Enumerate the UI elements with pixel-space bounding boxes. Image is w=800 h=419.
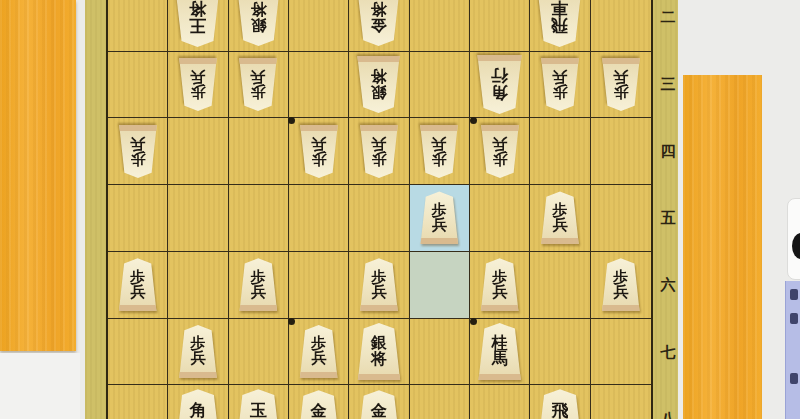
square-3四[interactable]: 歩兵: [470, 118, 530, 185]
square-9三[interactable]: [108, 52, 168, 119]
square-1五[interactable]: [591, 185, 651, 252]
partial-glyph: [790, 313, 798, 324]
sente-歩-piece[interactable]: 歩兵: [419, 191, 459, 244]
gote-歩-piece[interactable]: 歩兵: [601, 58, 641, 111]
piece-kanji: 将: [371, 351, 387, 367]
rank-label-八: 八: [658, 409, 678, 419]
square-4八[interactable]: [410, 385, 470, 419]
piece-kanji: 兵: [311, 351, 326, 366]
piece-kanji: 兵: [371, 285, 386, 300]
partial-lavender-panel: [785, 281, 800, 419]
piece-kanji: 将: [189, 1, 206, 18]
sente-桂-piece[interactable]: 桂馬: [477, 323, 522, 380]
piece-kanji: 王: [189, 18, 206, 35]
star-point: [470, 318, 477, 325]
piece-kanji: 歩: [492, 151, 507, 166]
square-8三[interactable]: 歩兵: [168, 52, 228, 119]
gote-歩-piece[interactable]: 歩兵: [118, 125, 158, 178]
square-8六[interactable]: [168, 252, 228, 319]
sente-金-piece[interactable]: 金将: [296, 390, 341, 419]
piece-kanji: 金: [371, 18, 387, 34]
piece-kanji: 歩: [371, 151, 386, 166]
piece-kanji: 兵: [190, 351, 205, 366]
square-7七[interactable]: [229, 319, 289, 386]
piece-kanji: 歩: [251, 85, 266, 100]
gote-歩-piece[interactable]: 歩兵: [178, 58, 218, 111]
square-6五[interactable]: [289, 185, 349, 252]
square-5二[interactable]: 金将: [349, 0, 409, 52]
rank-label-三: 三: [658, 74, 678, 94]
piece-kanji: 将: [250, 2, 266, 18]
gote-歩-piece[interactable]: 歩兵: [540, 58, 580, 111]
square-5四[interactable]: 歩兵: [349, 118, 409, 185]
partial-glyph: [790, 289, 798, 300]
piece-kanji: 馬: [492, 351, 508, 367]
piece-kanji: 兵: [613, 285, 628, 300]
rank-label-五: 五: [658, 208, 678, 228]
gote-歩-piece[interactable]: 歩兵: [238, 58, 278, 111]
square-5八[interactable]: 金将: [349, 385, 409, 419]
square-2八[interactable]: 飛車: [530, 385, 590, 419]
partial-glyph: [790, 373, 798, 384]
square-3八[interactable]: [470, 385, 530, 419]
piece-kanji: 将: [371, 2, 387, 18]
piece-kanji: 兵: [130, 285, 145, 300]
piece-kanji: 銀: [250, 18, 266, 34]
piece-kanji: 兵: [432, 218, 447, 233]
piece-kanji: 兵: [311, 136, 326, 151]
piece-kanji: 兵: [432, 136, 447, 151]
square-4七[interactable]: [410, 319, 470, 386]
square-1三[interactable]: 歩兵: [591, 52, 651, 119]
rank-label-二: 二: [658, 7, 678, 27]
square-7四[interactable]: [229, 118, 289, 185]
piece-kanji: 銀: [371, 85, 387, 101]
rank-label-四: 四: [658, 141, 678, 161]
square-9八[interactable]: [108, 385, 168, 419]
square-4三[interactable]: [410, 52, 470, 119]
square-6六[interactable]: [289, 252, 349, 319]
square-2五[interactable]: 歩兵: [530, 185, 590, 252]
piece-kanji: 将: [371, 69, 387, 85]
square-1八[interactable]: [591, 385, 651, 419]
piece-kanji: 歩: [432, 151, 447, 166]
sente-金-piece[interactable]: 金将: [356, 390, 401, 419]
square-6二[interactable]: [289, 0, 349, 52]
piece-kanji: 飛: [551, 18, 568, 35]
square-2四[interactable]: [530, 118, 590, 185]
square-7六[interactable]: 歩兵: [229, 252, 289, 319]
square-1七[interactable]: [591, 319, 651, 386]
star-point: [288, 117, 295, 124]
rank-label-七: 七: [658, 342, 678, 362]
gote-角-piece[interactable]: 角行: [476, 55, 523, 114]
gote-銀-piece[interactable]: 銀将: [356, 56, 401, 113]
square-1二[interactable]: [591, 0, 651, 52]
square-8七[interactable]: 歩兵: [168, 319, 228, 386]
piece-kanji: 歩: [613, 85, 628, 100]
piece-kanji: 角: [491, 85, 508, 102]
square-5七[interactable]: 銀将: [349, 319, 409, 386]
right-piece-stand-panel: [683, 75, 762, 419]
piece-kanji: 歩: [311, 151, 326, 166]
star-point: [288, 318, 295, 325]
shogi-app-window: 王将銀将金将飛車歩兵歩兵銀将角行歩兵歩兵歩兵歩兵歩兵歩兵歩兵歩兵歩兵歩兵歩兵歩兵…: [0, 0, 800, 419]
sente-歩-piece[interactable]: 歩兵: [238, 258, 278, 311]
piece-kanji: 兵: [552, 218, 567, 233]
square-7五[interactable]: [229, 185, 289, 252]
square-6三[interactable]: [289, 52, 349, 119]
piece-kanji: 兵: [613, 70, 628, 85]
gote-飛-piece[interactable]: 飛車: [536, 0, 583, 47]
square-5六[interactable]: 歩兵: [349, 252, 409, 319]
square-7三[interactable]: 歩兵: [229, 52, 289, 119]
piece-kanji: 兵: [190, 70, 205, 85]
gote-歩-piece[interactable]: 歩兵: [299, 125, 339, 178]
gote-銀-piece[interactable]: 銀将: [236, 0, 281, 46]
sente-歩-piece[interactable]: 歩兵: [178, 325, 218, 378]
piece-kanji: 歩: [130, 151, 145, 166]
square-3六[interactable]: 歩兵: [470, 252, 530, 319]
gote-歩-piece[interactable]: 歩兵: [359, 125, 399, 178]
square-9四[interactable]: 歩兵: [108, 118, 168, 185]
sente-歩-piece[interactable]: 歩兵: [601, 258, 641, 311]
square-3三[interactable]: 角行: [470, 52, 530, 119]
shogi-board: 王将銀将金将飛車歩兵歩兵銀将角行歩兵歩兵歩兵歩兵歩兵歩兵歩兵歩兵歩兵歩兵歩兵歩兵…: [85, 0, 678, 419]
gote-歩-piece[interactable]: 歩兵: [480, 125, 520, 178]
sente-歩-piece[interactable]: 歩兵: [480, 258, 520, 311]
piece-kanji: 兵: [552, 70, 567, 85]
piece-kanji: 兵: [371, 136, 386, 151]
piece-kanji: 兵: [492, 136, 507, 151]
square-7二[interactable]: 銀将: [229, 0, 289, 52]
square-5三[interactable]: 銀将: [349, 52, 409, 119]
square-4五[interactable]: 歩兵: [410, 185, 470, 252]
piece-kanji: 歩: [190, 85, 205, 100]
square-9二[interactable]: [108, 0, 168, 52]
square-9七[interactable]: [108, 319, 168, 386]
piece-kanji: 車: [551, 1, 568, 18]
sente-歩-piece[interactable]: 歩兵: [359, 258, 399, 311]
gote-王-piece[interactable]: 王将: [174, 0, 221, 47]
gote-歩-piece[interactable]: 歩兵: [419, 125, 459, 178]
square-2二[interactable]: 飛車: [530, 0, 590, 52]
square-3七[interactable]: 桂馬: [470, 319, 530, 386]
sente-玉-piece[interactable]: 玉将: [235, 389, 282, 419]
square-4六[interactable]: [410, 252, 470, 319]
square-1四[interactable]: [591, 118, 651, 185]
square-2六[interactable]: [530, 252, 590, 319]
square-6七[interactable]: 歩兵: [289, 319, 349, 386]
square-4二[interactable]: [410, 0, 470, 52]
sente-角-piece[interactable]: 角行: [174, 389, 221, 419]
left-piece-stand-panel: [0, 0, 76, 351]
piece-kanji: 行: [491, 68, 508, 85]
sente-銀-piece[interactable]: 銀将: [356, 323, 401, 380]
piece-kanji: 兵: [130, 136, 145, 151]
piece-kanji: 歩: [552, 85, 567, 100]
sente-歩-piece[interactable]: 歩兵: [118, 258, 158, 311]
square-2七[interactable]: [530, 319, 590, 386]
square-9五[interactable]: [108, 185, 168, 252]
sente-歩-piece[interactable]: 歩兵: [299, 325, 339, 378]
square-2三[interactable]: 歩兵: [530, 52, 590, 119]
square-4四[interactable]: 歩兵: [410, 118, 470, 185]
gote-金-piece[interactable]: 金将: [356, 0, 401, 46]
left-bottom-background: [0, 353, 80, 419]
board-surface: 王将銀将金将飛車歩兵歩兵銀将角行歩兵歩兵歩兵歩兵歩兵歩兵歩兵歩兵歩兵歩兵歩兵歩兵…: [106, 0, 653, 419]
rank-label-六: 六: [658, 275, 678, 295]
square-7八[interactable]: 玉将: [229, 385, 289, 419]
square-9六[interactable]: 歩兵: [108, 252, 168, 319]
piece-kanji: 兵: [251, 285, 266, 300]
square-8五[interactable]: [168, 185, 228, 252]
square-8四[interactable]: [168, 118, 228, 185]
square-3五[interactable]: [470, 185, 530, 252]
square-3二[interactable]: [470, 0, 530, 52]
square-5五[interactable]: [349, 185, 409, 252]
square-6四[interactable]: 歩兵: [289, 118, 349, 185]
star-point: [470, 117, 477, 124]
square-8二[interactable]: 王将: [168, 0, 228, 52]
sente-歩-piece[interactable]: 歩兵: [540, 191, 580, 244]
sente-飛-piece[interactable]: 飛車: [536, 389, 583, 419]
piece-kanji: 兵: [251, 70, 266, 85]
piece-kanji: 兵: [492, 285, 507, 300]
square-8八[interactable]: 角行: [168, 385, 228, 419]
square-1六[interactable]: 歩兵: [591, 252, 651, 319]
square-6八[interactable]: 金将: [289, 385, 349, 419]
